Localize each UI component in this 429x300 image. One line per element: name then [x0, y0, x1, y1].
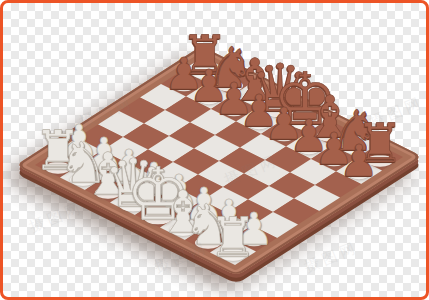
brown-pawn[interactable]: ♟ — [339, 139, 378, 183]
watermark-text: 摄图网 — [302, 238, 362, 277]
white-rook[interactable]: ♜ — [209, 211, 257, 265]
illustration-canvas: ♜♞♝♛♚♝♞♜♟♟♟♟♟♟♟♟♟♟♟♟♟♟♟♟♜♞♝♛♚♝♞♜ 摄图网摄图网摄… — [0, 0, 429, 300]
